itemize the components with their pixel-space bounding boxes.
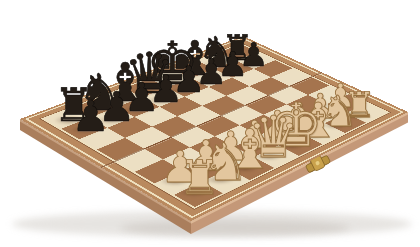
chess-set-photo: ♜♞♝♛♚♝♞♜♟♟♟♟♟♟♟♟♟♟♟♟♟♟♟♟♜♞♝♛♚♝♞♜ xyxy=(0,0,420,247)
ground-shadow-front xyxy=(120,220,350,236)
